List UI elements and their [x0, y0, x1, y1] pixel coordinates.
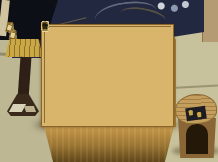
- board-cell[interactable]: 香: [45, 27, 46, 28]
- shogi-grid: 香桂銀香歩歩歩角歩金歩玉歩飛歩銀歩歩歩銀歩銀金角香桂玉金香: [44, 26, 171, 123]
- pedestal-highlight: [24, 106, 36, 112]
- captured-piece[interactable]: [187, 109, 194, 116]
- wood-pillar: [202, 0, 218, 42]
- captured-piece[interactable]: [196, 111, 203, 118]
- side-table-opening: [186, 124, 208, 154]
- scene: 香桂銀香歩歩歩角歩金歩玉歩飛歩銀歩歩歩銀歩銀金角香桂玉金香: [0, 0, 218, 162]
- fan-body: [5, 39, 43, 57]
- board-front-face: [44, 126, 174, 162]
- embroidery-flowers: [148, 0, 192, 15]
- captured-piece-tray: [185, 106, 207, 122]
- display-pedestal: [18, 57, 32, 100]
